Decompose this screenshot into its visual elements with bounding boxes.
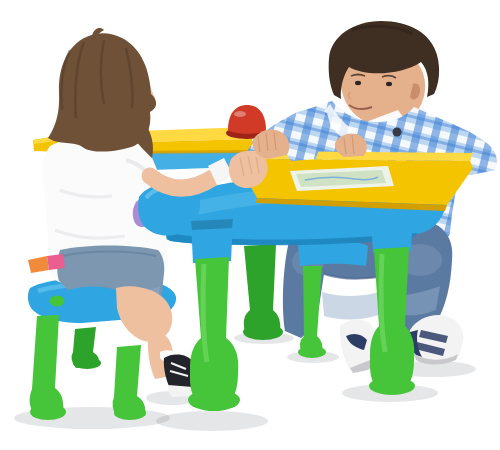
shorts-tag-pink — [47, 254, 65, 270]
table-back-leg-foot — [243, 324, 283, 340]
scene-illustration — [0, 0, 500, 450]
left-stool-button — [50, 296, 65, 307]
left-stool-back-foot — [73, 357, 101, 369]
left-stool-right-foot — [114, 406, 146, 420]
front-left-foot — [188, 389, 240, 411]
red-dome-highlight — [234, 111, 246, 117]
shadow-front-left-leg — [156, 411, 268, 431]
girl-shoe-sole — [168, 385, 193, 397]
front-right-collar — [371, 213, 413, 253]
front-right-foot — [369, 377, 415, 395]
boy-shirt-emblem — [393, 128, 402, 137]
boy-left-eye — [355, 81, 361, 85]
right-stool-foot — [298, 346, 326, 358]
boy-right-eye — [386, 82, 392, 86]
product-photo — [0, 0, 500, 450]
left-stool-front-foot — [30, 404, 66, 420]
tilted-lid — [240, 151, 473, 211]
